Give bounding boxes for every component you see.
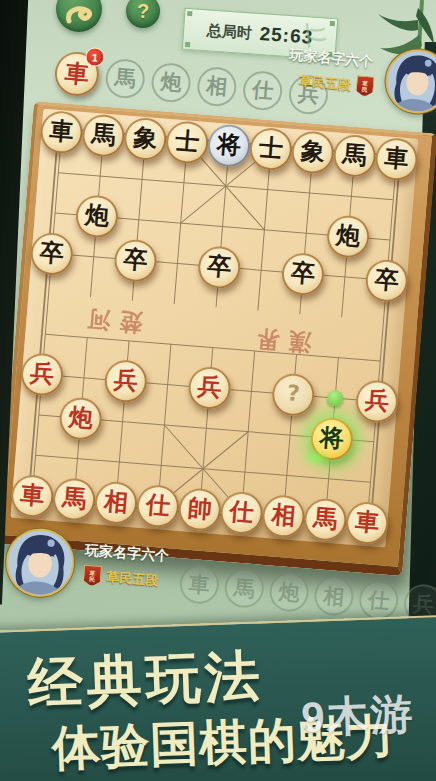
- captured-piece[interactable]: 車1: [53, 50, 101, 98]
- player-info-bottom: 玩家名字六个 草民 草民五段: [4, 526, 170, 605]
- capture-slot-placeholder: 相: [313, 575, 355, 617]
- capture-slot-placeholder: 仕: [358, 579, 400, 621]
- watermark: 9木游: [300, 686, 415, 746]
- banner-line1: 经典玩法: [27, 639, 265, 721]
- player-name: 玩家名字六个: [84, 542, 169, 566]
- avatar[interactable]: [4, 526, 77, 599]
- promo-banner: 经典玩法 体验国棋的魅力 9木游: [0, 614, 436, 781]
- capture-slot-placeholder: 馬: [104, 57, 146, 99]
- capture-slot-placeholder: 炮: [150, 61, 192, 103]
- app-screen: ? 总局时 25:63 車1馬炮相仕兵 玩家名字六个 草民五段 草民: [0, 0, 436, 781]
- river-label-right: 漢界: [246, 322, 312, 358]
- river-label-left: 楚河: [78, 302, 144, 338]
- timer-label: 总局时: [206, 21, 252, 43]
- scroll-icon: [66, 5, 92, 25]
- help-label: ?: [137, 0, 149, 23]
- player-rank: 草民五段: [106, 568, 159, 590]
- player-rank: 草民五段: [298, 72, 351, 94]
- capture-slot-placeholder: 相: [196, 65, 238, 107]
- capture-slot-placeholder: 車: [178, 563, 220, 605]
- capture-count-badge: 1: [85, 47, 106, 68]
- capture-slot-placeholder: 馬: [223, 567, 265, 609]
- help-button[interactable]: ?: [126, 0, 160, 28]
- capture-slot-placeholder: 炮: [268, 571, 310, 613]
- board-surface: 楚河 漢界 車馬象士将士象馬車炮炮卒卒卒卒卒兵兵兵?兵炮将車馬相仕帥仕相馬車: [11, 109, 419, 548]
- rank-shield-icon: 草民: [83, 565, 102, 587]
- menu-button[interactable]: [56, 0, 102, 32]
- rank-shield-icon: 草民: [355, 75, 375, 97]
- xiangqi-board[interactable]: 楚河 漢界 車馬象士将士象馬車炮炮卒卒卒卒卒兵兵兵?兵炮将車馬相仕帥仕相馬車: [0, 101, 436, 576]
